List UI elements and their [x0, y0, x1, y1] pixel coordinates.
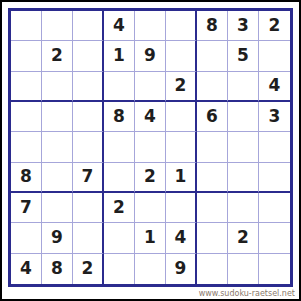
cell-r1c5[interactable]	[135, 11, 166, 41]
cell-r6c6[interactable]: 1	[166, 163, 197, 193]
cell-r6c3[interactable]: 7	[73, 163, 104, 193]
cell-r3c4[interactable]	[104, 72, 135, 102]
cell-r4c6[interactable]	[166, 102, 197, 132]
cell-r9c7[interactable]	[197, 254, 228, 284]
cell-r4c7[interactable]: 6	[197, 102, 228, 132]
cell-r3c1[interactable]	[11, 72, 42, 102]
cell-r1c6[interactable]	[166, 11, 197, 41]
cell-r4c5[interactable]: 4	[135, 102, 166, 132]
cell-r7c7[interactable]	[197, 193, 228, 223]
cell-r7c6[interactable]	[166, 193, 197, 223]
cell-r4c1[interactable]	[11, 102, 42, 132]
cell-r2c5[interactable]: 9	[135, 41, 166, 71]
cell-r6c5[interactable]: 2	[135, 163, 166, 193]
cell-r6c8[interactable]	[228, 163, 259, 193]
cell-r3c3[interactable]	[73, 72, 104, 102]
cell-r2c4[interactable]: 1	[104, 41, 135, 71]
cell-r9c9[interactable]	[259, 254, 290, 284]
cell-r4c8[interactable]	[228, 102, 259, 132]
sudoku-board: 4832219524846387217291424829	[8, 8, 293, 287]
cell-r5c9[interactable]	[259, 132, 290, 162]
cell-r6c9[interactable]	[259, 163, 290, 193]
cell-r2c9[interactable]	[259, 41, 290, 71]
cell-r1c9[interactable]: 2	[259, 11, 290, 41]
cell-r6c4[interactable]	[104, 163, 135, 193]
cell-r5c5[interactable]	[135, 132, 166, 162]
cell-r9c6[interactable]: 9	[166, 254, 197, 284]
cell-r5c7[interactable]	[197, 132, 228, 162]
cell-r9c5[interactable]	[135, 254, 166, 284]
cell-r3c2[interactable]	[42, 72, 73, 102]
cell-r7c8[interactable]	[228, 193, 259, 223]
cell-r8c1[interactable]	[11, 223, 42, 253]
cell-r9c2[interactable]: 8	[42, 254, 73, 284]
cell-r8c4[interactable]	[104, 223, 135, 253]
cell-r3c9[interactable]: 4	[259, 72, 290, 102]
cell-r1c4[interactable]: 4	[104, 11, 135, 41]
cell-r5c6[interactable]	[166, 132, 197, 162]
cell-r8c7[interactable]	[197, 223, 228, 253]
cell-r1c7[interactable]: 8	[197, 11, 228, 41]
cell-r7c9[interactable]	[259, 193, 290, 223]
cell-r4c4[interactable]: 8	[104, 102, 135, 132]
cell-r2c3[interactable]	[73, 41, 104, 71]
cell-r1c8[interactable]: 3	[228, 11, 259, 41]
cell-r2c6[interactable]	[166, 41, 197, 71]
cell-r3c7[interactable]	[197, 72, 228, 102]
watermark-url: www.sudoku-raetsel.net	[199, 289, 295, 298]
cell-r5c1[interactable]	[11, 132, 42, 162]
cell-r3c5[interactable]	[135, 72, 166, 102]
cell-r8c3[interactable]	[73, 223, 104, 253]
cell-r1c3[interactable]	[73, 11, 104, 41]
cell-r7c5[interactable]	[135, 193, 166, 223]
cell-r5c3[interactable]	[73, 132, 104, 162]
cell-r5c8[interactable]	[228, 132, 259, 162]
cell-r8c9[interactable]	[259, 223, 290, 253]
cell-r2c8[interactable]: 5	[228, 41, 259, 71]
cell-r7c2[interactable]	[42, 193, 73, 223]
cell-r1c2[interactable]	[42, 11, 73, 41]
cell-r9c4[interactable]	[104, 254, 135, 284]
cell-r7c1[interactable]: 7	[11, 193, 42, 223]
cell-r5c2[interactable]	[42, 132, 73, 162]
cell-r8c5[interactable]: 1	[135, 223, 166, 253]
cell-r2c7[interactable]	[197, 41, 228, 71]
cell-r6c1[interactable]: 8	[11, 163, 42, 193]
cell-r9c8[interactable]	[228, 254, 259, 284]
cell-r8c8[interactable]: 2	[228, 223, 259, 253]
cell-r8c6[interactable]: 4	[166, 223, 197, 253]
cell-r3c8[interactable]	[228, 72, 259, 102]
cell-r8c2[interactable]: 9	[42, 223, 73, 253]
cell-r2c1[interactable]	[11, 41, 42, 71]
cell-r6c2[interactable]	[42, 163, 73, 193]
cell-r4c9[interactable]: 3	[259, 102, 290, 132]
cell-r4c2[interactable]	[42, 102, 73, 132]
sudoku-page: 4832219524846387217291424829 www.sudoku-…	[2, 2, 299, 299]
cell-r7c3[interactable]	[73, 193, 104, 223]
cell-r6c7[interactable]	[197, 163, 228, 193]
cell-r7c4[interactable]: 2	[104, 193, 135, 223]
cell-r1c1[interactable]	[11, 11, 42, 41]
cell-r5c4[interactable]	[104, 132, 135, 162]
cell-r9c1[interactable]: 4	[11, 254, 42, 284]
cell-r3c6[interactable]: 2	[166, 72, 197, 102]
cell-r9c3[interactable]: 2	[73, 254, 104, 284]
cell-r4c3[interactable]	[73, 102, 104, 132]
cell-r2c2[interactable]: 2	[42, 41, 73, 71]
